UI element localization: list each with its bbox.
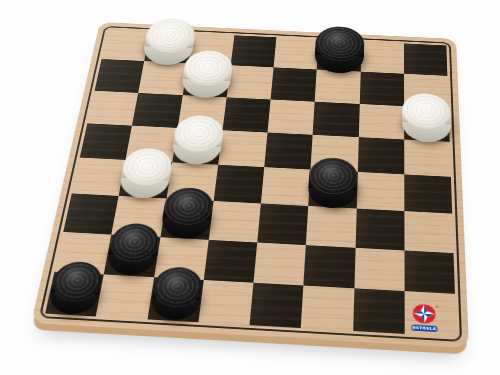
square-r5c7[interactable] xyxy=(404,211,453,252)
square-r6c6[interactable] xyxy=(354,247,404,291)
square-r5c4[interactable] xyxy=(257,204,308,245)
checker-white[interactable] xyxy=(170,115,225,166)
square-r4c6[interactable] xyxy=(356,172,404,211)
checker-white[interactable] xyxy=(180,50,235,99)
square-r7c4[interactable] xyxy=(249,283,303,329)
square-r1c5[interactable] xyxy=(315,70,360,104)
square-r5c6[interactable] xyxy=(355,209,404,250)
square-r2c5[interactable] xyxy=(313,101,359,137)
square-r7c5[interactable] xyxy=(301,285,354,331)
square-r0c3[interactable] xyxy=(230,35,276,67)
square-r7c3[interactable] xyxy=(198,280,253,325)
square-r6c4[interactable] xyxy=(253,242,306,285)
square-r7c6[interactable] xyxy=(353,288,405,334)
square-r6c7[interactable] xyxy=(404,250,455,294)
square-r2c4[interactable] xyxy=(268,99,315,134)
square-r1c0[interactable] xyxy=(95,59,145,92)
square-r4c7[interactable] xyxy=(404,174,452,213)
checker-white[interactable] xyxy=(402,92,452,143)
square-r7c7[interactable] xyxy=(404,291,456,337)
square-r4c4[interactable] xyxy=(261,167,311,206)
square-r2c0[interactable] xyxy=(87,90,138,125)
square-r6c3[interactable] xyxy=(204,239,258,282)
checker-black[interactable] xyxy=(105,222,162,276)
square-r3c6[interactable] xyxy=(357,137,404,174)
square-r5c3[interactable] xyxy=(209,201,261,242)
square-r2c6[interactable] xyxy=(358,104,404,140)
square-r1c4[interactable] xyxy=(271,68,317,102)
board-grid xyxy=(45,29,456,337)
square-r3c3[interactable] xyxy=(218,130,268,167)
square-r2c3[interactable] xyxy=(222,97,270,132)
square-r4c0[interactable] xyxy=(72,158,126,197)
square-r0c4[interactable] xyxy=(274,37,319,69)
square-r3c4[interactable] xyxy=(264,132,313,169)
square-r6c5[interactable] xyxy=(304,245,355,288)
checker-black[interactable] xyxy=(160,186,215,239)
square-r0c6[interactable] xyxy=(360,41,404,74)
photo-scene: ® ESTRELA xyxy=(0,0,500,375)
square-r3c7[interactable] xyxy=(404,139,451,177)
checkers-board: ® ESTRELA xyxy=(31,22,469,348)
checker-black[interactable] xyxy=(314,25,365,74)
square-r7c1[interactable] xyxy=(96,274,154,319)
square-r0c7[interactable] xyxy=(404,43,448,76)
square-r5c5[interactable] xyxy=(306,206,356,247)
square-r1c3[interactable] xyxy=(226,65,273,99)
checker-black[interactable] xyxy=(47,260,105,315)
checker-black[interactable] xyxy=(308,157,359,210)
square-r1c6[interactable] xyxy=(359,72,404,106)
checker-black[interactable] xyxy=(148,266,203,321)
square-r3c0[interactable] xyxy=(80,123,132,160)
square-r4c3[interactable] xyxy=(213,165,264,204)
square-r2c1[interactable] xyxy=(132,93,182,128)
square-r5c0[interactable] xyxy=(63,194,118,235)
